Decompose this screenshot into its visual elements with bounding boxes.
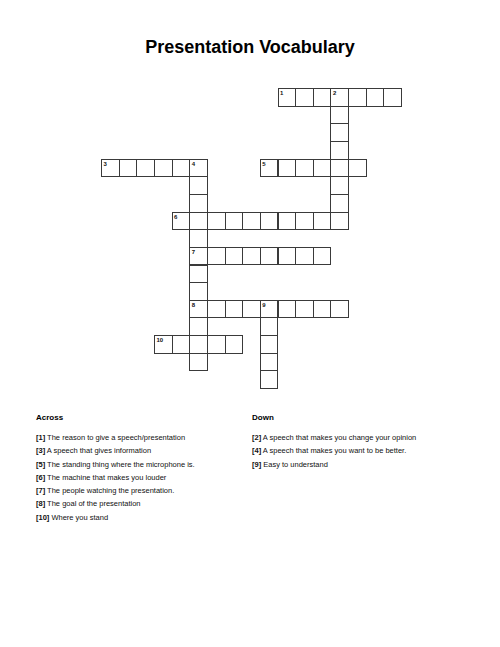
grid-cell[interactable] <box>225 247 244 266</box>
grid-cell[interactable] <box>348 88 367 107</box>
clue-number: [1] <box>36 433 45 442</box>
worksheet-page: Presentation Vocabulary 12345678910 Acro… <box>0 0 500 647</box>
grid-cell[interactable]: 8 <box>189 300 208 319</box>
grid-cell[interactable] <box>260 212 279 231</box>
grid-cell[interactable] <box>189 265 208 284</box>
clue-across-6: [6] The machine that makes you louder <box>36 471 195 484</box>
grid-cell[interactable] <box>295 159 314 178</box>
grid-cell[interactable]: 6 <box>172 212 191 231</box>
grid-cell[interactable]: 3 <box>101 159 120 178</box>
grid-cell[interactable] <box>313 247 332 266</box>
grid-cell[interactable] <box>278 300 297 319</box>
clue-number-label: 1 <box>280 90 283 96</box>
clue-across-1: [1] The reason to give a speech/presenta… <box>36 431 195 444</box>
grid-cell[interactable] <box>260 247 279 266</box>
clue-number-label: 4 <box>192 161 195 167</box>
grid-cell[interactable] <box>295 247 314 266</box>
grid-cell[interactable] <box>348 159 367 178</box>
grid-cell[interactable] <box>295 212 314 231</box>
grid-cell[interactable] <box>295 300 314 319</box>
grid-cell[interactable] <box>366 88 385 107</box>
grid-cell[interactable]: 4 <box>189 159 208 178</box>
grid-cell[interactable]: 2 <box>330 88 349 107</box>
grid-cell[interactable] <box>136 159 155 178</box>
clue-number-label: 9 <box>262 302 265 308</box>
grid-cell[interactable] <box>330 212 349 231</box>
clue-across-7: [7] The people watching the presentation… <box>36 484 195 497</box>
clue-across-8: [8] The goal of the presentation <box>36 497 195 510</box>
clue-number: [7] <box>36 486 45 495</box>
grid-cell[interactable] <box>330 123 349 142</box>
grid-cell[interactable] <box>189 317 208 336</box>
clue-number-label: 8 <box>192 302 195 308</box>
grid-cell[interactable] <box>330 194 349 213</box>
clue-number: [5] <box>36 460 45 469</box>
clue-down-9: [9] Easy to understand <box>252 458 416 471</box>
grid-cell[interactable] <box>330 176 349 195</box>
grid-cell[interactable] <box>260 317 279 336</box>
grid-cell[interactable] <box>172 159 191 178</box>
clue-number: [4] <box>252 446 261 455</box>
grid-cell[interactable] <box>242 212 261 231</box>
grid-cell[interactable] <box>295 88 314 107</box>
down-clue-list: [2] A speech that makes you change your … <box>252 431 416 471</box>
grid-cell[interactable] <box>189 353 208 372</box>
down-clues-section: Down [2] A speech that makes you change … <box>252 414 416 471</box>
grid-cell[interactable] <box>383 88 402 107</box>
grid-cell[interactable] <box>330 300 349 319</box>
clue-number: [6] <box>36 473 45 482</box>
grid-cell[interactable] <box>225 300 244 319</box>
grid-cell[interactable] <box>225 212 244 231</box>
grid-cell[interactable] <box>225 335 244 354</box>
clue-across-10: [10] Where you stand <box>36 511 195 524</box>
grid-cell[interactable] <box>260 370 279 389</box>
grid-cell[interactable] <box>207 247 226 266</box>
grid-cell[interactable] <box>242 247 261 266</box>
grid-cell[interactable] <box>189 176 208 195</box>
grid-cell[interactable]: 7 <box>189 247 208 266</box>
clue-number-label: 10 <box>156 337 163 343</box>
grid-cell[interactable] <box>278 159 297 178</box>
grid-cell[interactable] <box>119 159 138 178</box>
grid-cell[interactable] <box>278 247 297 266</box>
grid-cell[interactable] <box>189 282 208 301</box>
grid-cell[interactable] <box>313 212 332 231</box>
grid-cell[interactable] <box>260 353 279 372</box>
grid-cell[interactable] <box>207 300 226 319</box>
across-clues-section: Across [1] The reason to give a speech/p… <box>36 414 195 524</box>
grid-cell[interactable] <box>330 141 349 160</box>
clue-number-label: 6 <box>174 214 177 220</box>
clue-down-2: [2] A speech that makes you change your … <box>252 431 416 444</box>
grid-cell[interactable] <box>278 212 297 231</box>
grid-cell[interactable] <box>242 300 261 319</box>
grid-cell[interactable] <box>330 106 349 125</box>
clue-number-label: 7 <box>192 249 195 255</box>
grid-cell[interactable] <box>154 159 173 178</box>
clue-number: [3] <box>36 446 45 455</box>
grid-cell[interactable]: 9 <box>260 300 279 319</box>
grid-cell[interactable] <box>260 335 279 354</box>
grid-cell[interactable]: 5 <box>260 159 279 178</box>
crossword-grid: 12345678910 <box>0 0 500 400</box>
clue-number-label: 3 <box>104 161 107 167</box>
clue-number: [9] <box>252 460 261 469</box>
grid-cell[interactable] <box>313 300 332 319</box>
grid-cell[interactable] <box>330 159 349 178</box>
clue-number-label: 2 <box>333 90 336 96</box>
clue-number: [8] <box>36 499 45 508</box>
grid-cell[interactable] <box>189 194 208 213</box>
clue-across-5: [5] The standing thing where the microph… <box>36 458 195 471</box>
down-heading: Down <box>252 414 416 422</box>
grid-cell[interactable] <box>189 335 208 354</box>
clue-number: [2] <box>252 433 261 442</box>
grid-cell[interactable] <box>207 212 226 231</box>
across-heading: Across <box>36 414 195 422</box>
clue-number: [10] <box>36 513 49 522</box>
grid-cell[interactable] <box>189 212 208 231</box>
clue-number-label: 5 <box>262 161 265 167</box>
grid-cell[interactable] <box>172 335 191 354</box>
clue-across-3: [3] A speech that gives information <box>36 444 195 457</box>
grid-cell[interactable] <box>313 159 332 178</box>
grid-cell[interactable]: 10 <box>154 335 173 354</box>
grid-cell[interactable] <box>313 88 332 107</box>
across-clue-list: [1] The reason to give a speech/presenta… <box>36 431 195 524</box>
grid-cell[interactable] <box>207 335 226 354</box>
grid-cell[interactable]: 1 <box>278 88 297 107</box>
grid-cell[interactable] <box>189 229 208 248</box>
clue-down-4: [4] A speech that makes you want to be b… <box>252 444 416 457</box>
